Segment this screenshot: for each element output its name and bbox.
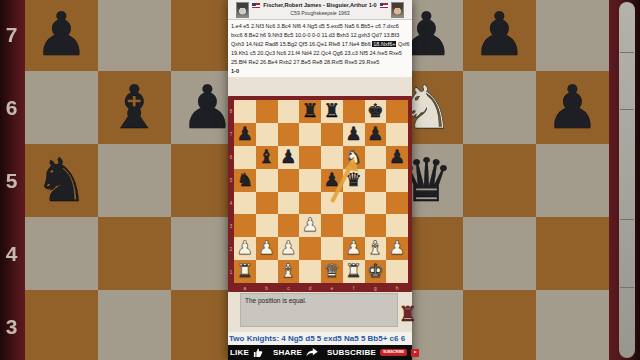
square-a4[interactable] (234, 192, 256, 215)
square-a6 (25, 71, 98, 144)
square-a5: ♞ (25, 144, 98, 217)
square-h7 (536, 0, 609, 71)
black-knight: ♞ (25, 144, 98, 217)
square-g5[interactable] (365, 169, 387, 192)
square-g8[interactable]: ♚ (365, 100, 387, 123)
background-rank-label: 4 (0, 242, 23, 266)
us-flag-icon-left (252, 3, 260, 8)
square-e7[interactable] (321, 123, 343, 146)
square-g6 (463, 71, 536, 144)
square-e3[interactable] (321, 214, 343, 237)
square-f8[interactable] (343, 100, 365, 123)
square-a3 (25, 290, 98, 360)
like-button[interactable]: LIKE (230, 348, 249, 357)
square-g2[interactable]: ♝ (365, 237, 387, 260)
white-king: ♚ (365, 260, 387, 283)
move-line[interactable]: 19.Kh1 c5 20.Qc3 Nc6 21.f4 Nd4 22.Qc4 Qg… (231, 49, 410, 58)
background-rank-label: 3 (0, 315, 23, 339)
black-bishop: ♝ (256, 146, 278, 169)
square-g4 (463, 217, 536, 290)
square-b4[interactable] (256, 192, 278, 215)
content-column: Fischer,Robert James - Bisguier,Arthur 1… (228, 0, 412, 360)
square-d1[interactable] (299, 260, 321, 283)
white-bishop: ♝ (365, 237, 387, 260)
square-h2[interactable]: ♟ (386, 237, 408, 260)
subscribe-button[interactable]: SUBSCRIBE (380, 349, 407, 357)
square-b1[interactable] (256, 260, 278, 283)
square-e4[interactable] (321, 192, 343, 215)
white-queen: ♛ (321, 260, 343, 283)
square-d6[interactable] (299, 146, 321, 169)
square-b2[interactable]: ♟ (256, 237, 278, 260)
square-f7[interactable]: ♟ (343, 123, 365, 146)
square-g1[interactable]: ♚ (365, 260, 387, 283)
black-bishop: ♝ (98, 71, 171, 144)
youtube-icon[interactable] (411, 349, 419, 357)
square-d8[interactable]: ♜ (299, 100, 321, 123)
video-title: Two Knights: 4 Ng5 d5 5 exd5 Na5 5 Bb5+ … (228, 334, 405, 343)
square-g3[interactable] (365, 214, 387, 237)
square-g7[interactable]: ♟ (365, 123, 387, 146)
rook-mascot-icon: ♜ (398, 300, 418, 328)
square-a7: ♟ (25, 0, 98, 71)
square-f1[interactable]: ♜ (343, 260, 365, 283)
square-c6[interactable]: ♟ (278, 146, 300, 169)
square-h7[interactable] (386, 123, 408, 146)
square-c1[interactable]: ♝ (278, 260, 300, 283)
share-button[interactable]: SHARE (273, 348, 302, 357)
square-a3[interactable] (234, 214, 256, 237)
white-pawn: ♟ (278, 237, 300, 260)
square-f6[interactable]: ♞ (343, 146, 365, 169)
black-pawn: ♟ (536, 71, 609, 144)
square-b8[interactable] (256, 100, 278, 123)
square-h5 (536, 144, 609, 217)
share-arrow-icon[interactable] (306, 348, 318, 357)
move-line[interactable]: 25.Bf4 Re2 26.Be4 Rxb2 27.Be5 Re8 28.Rxf… (231, 58, 410, 67)
square-f2[interactable]: ♟ (343, 237, 365, 260)
square-d2[interactable] (299, 237, 321, 260)
black-queen: ♛ (343, 169, 365, 192)
square-a4 (25, 217, 98, 290)
square-g5 (463, 144, 536, 217)
square-c3[interactable] (278, 214, 300, 237)
square-f5[interactable]: ♛ (343, 169, 365, 192)
square-a5[interactable]: ♞ (234, 169, 256, 192)
square-d3[interactable]: ♟ (299, 214, 321, 237)
white-pawn: ♟ (386, 237, 408, 260)
square-h6: ♟ (536, 71, 609, 144)
white-pawn: ♟ (299, 214, 321, 237)
square-g3 (463, 290, 536, 360)
square-b6[interactable]: ♝ (256, 146, 278, 169)
board-grid: ♜♜♚♟♟♟♝♟♞♟♞♟♛♟♟♟♟♟♝♟♜♝♛♜♚ (234, 100, 408, 283)
square-h4[interactable] (386, 192, 408, 215)
video-frame: ♜♜♚♟♟♟♝♟♞♟♞♟♛♟♟♟♟♟♝♟♜♝♛♜♚ 76543 Fischer,… (0, 0, 640, 360)
background-rank-label: 5 (0, 169, 23, 193)
square-b7 (98, 0, 171, 71)
square-c7[interactable] (278, 123, 300, 146)
square-e6[interactable] (321, 146, 343, 169)
square-h8[interactable] (386, 100, 408, 123)
square-e2[interactable] (321, 237, 343, 260)
chess-board: 87654321 abcdefgh ♜♜♚♟♟♟♝♟♞♟♞♟♛♟♟♟♟♟♝♟♜♝… (228, 96, 412, 292)
square-c8[interactable] (278, 100, 300, 123)
move-list: 1.e4 e5 2.Nf3 Nc6 3.Bc4 Nf6 4.Ng5 d5 5.e… (228, 20, 412, 77)
move-line[interactable]: 1.e4 e5 2.Nf3 Nc6 3.Bc4 Nf6 4.Ng5 d5 5.e… (231, 22, 410, 31)
square-g7: ♟ (463, 0, 536, 71)
current-move-highlight: 18.Nxf6+ (372, 41, 396, 47)
white-player-photo (236, 2, 249, 18)
black-pawn: ♟ (234, 123, 256, 146)
background-rank-label: 7 (0, 23, 23, 47)
square-b4 (98, 217, 171, 290)
square-h4 (536, 217, 609, 290)
subscribe-label[interactable]: SUBSCRIBE (327, 348, 376, 357)
square-a1[interactable]: ♜ (234, 260, 256, 283)
scrollbar[interactable] (619, 2, 635, 358)
white-bishop: ♝ (278, 260, 300, 283)
black-pawn: ♟ (463, 0, 536, 71)
square-e5[interactable]: ♟ (321, 169, 343, 192)
evaluation-caption: The position is equal. (240, 293, 398, 327)
square-f4[interactable] (343, 192, 365, 215)
square-g6[interactable] (365, 146, 387, 169)
square-c2[interactable]: ♟ (278, 237, 300, 260)
black-pawn: ♟ (25, 0, 98, 71)
move-line[interactable]: bxc6 8.Be2 h6 9.Nh3 Bc5 10.0-0 0-0 11.d3… (231, 31, 410, 40)
square-a7[interactable]: ♟ (234, 123, 256, 146)
square-b3 (98, 290, 171, 360)
us-flag-icon-right (380, 3, 388, 8)
game-header: Fischer,Robert James - Bisguier,Arthur 1… (228, 0, 412, 20)
square-h3 (536, 290, 609, 360)
square-b6: ♝ (98, 71, 171, 144)
action-bar: LIKE SHARE SUBSCRIBE SUBSCRIBE (228, 345, 412, 360)
black-pawn: ♟ (321, 169, 343, 192)
square-e8[interactable]: ♜ (321, 100, 343, 123)
black-pawn: ♟ (343, 123, 365, 146)
square-f3[interactable] (343, 214, 365, 237)
square-e1[interactable]: ♛ (321, 260, 343, 283)
square-b5[interactable] (256, 169, 278, 192)
square-b7[interactable] (256, 123, 278, 146)
black-knight: ♞ (234, 169, 256, 192)
black-rook: ♜ (321, 100, 343, 123)
square-c4[interactable] (278, 192, 300, 215)
square-h3[interactable] (386, 214, 408, 237)
square-g4[interactable] (365, 192, 387, 215)
square-b3[interactable] (256, 214, 278, 237)
white-pawn: ♟ (343, 237, 365, 260)
thumbs-up-icon[interactable] (253, 348, 263, 357)
white-pawn: ♟ (234, 237, 256, 260)
black-pawn: ♟ (386, 146, 408, 169)
players-result-title: Fischer,Robert James - Bisguier,Arthur 1… (263, 3, 376, 9)
square-a8[interactable] (234, 100, 256, 123)
square-d7[interactable] (299, 123, 321, 146)
square-b5 (98, 144, 171, 217)
white-pawn: ♟ (256, 237, 278, 260)
event-subtitle: C59 Poughskeepsie 1963 (252, 11, 387, 16)
square-h1[interactable] (386, 260, 408, 283)
square-a2[interactable]: ♟ (234, 237, 256, 260)
black-rook: ♜ (299, 100, 321, 123)
white-rook: ♜ (343, 260, 365, 283)
square-d5[interactable] (299, 169, 321, 192)
black-pawn: ♟ (365, 123, 387, 146)
square-d4[interactable] (299, 192, 321, 215)
black-king: ♚ (365, 100, 387, 123)
square-a6[interactable] (234, 146, 256, 169)
move-line[interactable]: Qxh3 14.Nd2 Rad8 15.Bg2 Qf5 16.Qe1 Rfe8 … (231, 40, 410, 49)
video-title-bar: Two Knights: 4 Ng5 d5 5 exd5 Na5 5 Bb5+ … (228, 332, 412, 345)
square-c5[interactable] (278, 169, 300, 192)
white-knight: ♞ (343, 146, 365, 169)
background-rank-label: 6 (0, 96, 23, 120)
game-result: 1-0 (231, 67, 410, 76)
black-pawn: ♟ (278, 146, 300, 169)
white-rook: ♜ (234, 260, 256, 283)
square-h5[interactable] (386, 169, 408, 192)
square-h6[interactable]: ♟ (386, 146, 408, 169)
black-player-photo (391, 2, 404, 18)
